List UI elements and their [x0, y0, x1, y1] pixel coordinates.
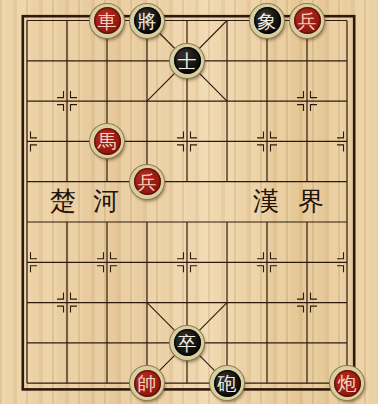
piece-red-chariot[interactable]: 車: [90, 4, 124, 38]
piece-glyph: 兵: [134, 168, 161, 195]
piece-glyph: 卒: [174, 329, 201, 356]
piece-black-elephant[interactable]: 象: [250, 4, 284, 38]
piece-black-cannon[interactable]: 砲: [210, 366, 244, 400]
piece-black-advisor[interactable]: 士: [170, 44, 204, 78]
piece-glyph: 砲: [214, 370, 241, 397]
river-label-chu-he: 楚河: [50, 186, 136, 216]
piece-glyph: 帥: [134, 370, 161, 397]
piece-glyph: 士: [174, 47, 201, 74]
piece-red-general[interactable]: 帥: [130, 366, 164, 400]
piece-red-soldier-b[interactable]: 兵: [130, 165, 164, 199]
piece-glyph: 馬: [94, 128, 121, 155]
piece-red-cannon[interactable]: 炮: [330, 366, 364, 400]
piece-glyph: 兵: [294, 7, 321, 34]
piece-black-general[interactable]: 將: [130, 4, 164, 38]
piece-glyph: 炮: [334, 370, 361, 397]
piece-glyph: 車: [94, 7, 121, 34]
piece-glyph: 象: [254, 7, 281, 34]
xiangqi-board: 楚河 漢界 車 將 象 兵 士 馬 兵 卒 帥 砲 炮: [0, 0, 378, 404]
river-label-han-jie: 漢界: [253, 186, 343, 216]
piece-glyph: 將: [134, 7, 161, 34]
piece-red-soldier-a[interactable]: 兵: [290, 4, 324, 38]
piece-black-soldier[interactable]: 卒: [170, 326, 204, 360]
